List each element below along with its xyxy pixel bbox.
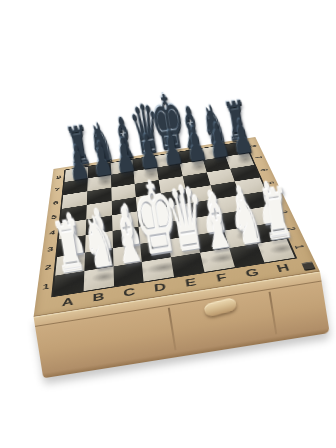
chess-box: ABCDEFGH 87654321 87654321 ♜♞♝♛♚♝♞♜♟♟♟♟♟… <box>0 0 336 448</box>
pieces-layer: ♜♞♝♛♚♝♞♜♟♟♟♟♟♟♟♟♟♟♟♟♟♟♟♟♜♞♝♚♛♝♞♜ <box>0 0 336 448</box>
chess-set-photo: ABCDEFGH 87654321 87654321 ♜♞♝♛♚♝♞♜♟♟♟♟♟… <box>0 0 336 448</box>
